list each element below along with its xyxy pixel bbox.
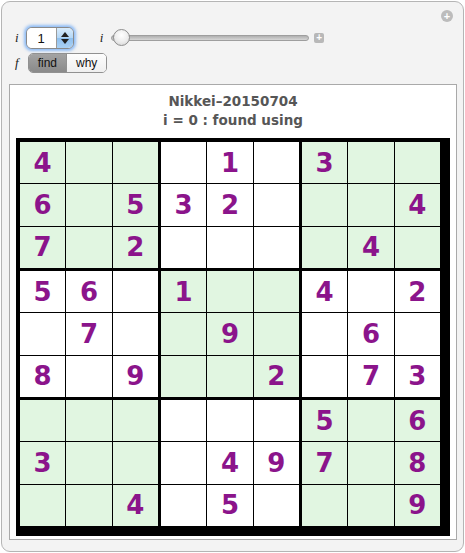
control-area: i 1 i + f find why: [2, 2, 463, 84]
cell-r4c2: 6: [66, 271, 111, 312]
cell-r4c8: [348, 271, 393, 312]
cell-r5c2: 7: [66, 313, 111, 354]
sudoku-box-1: 46572: [20, 142, 158, 268]
cell-r2c4: 3: [161, 184, 206, 225]
cell-r4c5: [207, 271, 252, 312]
i-stepper-label: i: [15, 30, 19, 46]
cell-r5c4: [161, 313, 206, 354]
slider-thumb[interactable]: [113, 29, 130, 46]
cell-r8c3: [113, 442, 158, 483]
cell-r7c3: [113, 400, 158, 441]
sudoku-box-5: 192: [161, 271, 299, 397]
cell-r9c3: 4: [113, 485, 158, 526]
cell-r4c1: 5: [20, 271, 65, 312]
cell-r8c2: [66, 442, 111, 483]
cell-r7c9: 6: [395, 400, 440, 441]
cell-r4c3: [113, 271, 158, 312]
cell-r5c6: [254, 313, 299, 354]
cell-r8c5: 4: [207, 442, 252, 483]
cell-r2c7: [302, 184, 347, 225]
cell-r6c4: [161, 356, 206, 397]
cell-r9c1: [20, 485, 65, 526]
puzzle-title: Nikkei–20150704: [10, 92, 456, 111]
f-control-row: f find why: [15, 52, 107, 74]
cell-r6c6: 2: [254, 356, 299, 397]
cell-r9c4: [161, 485, 206, 526]
cell-r1c2: [66, 142, 111, 183]
sudoku-box-3: 344: [302, 142, 440, 268]
cell-r7c1: [20, 400, 65, 441]
status-line: i = 0 : found using: [10, 111, 456, 130]
cell-r6c2: [66, 356, 111, 397]
cell-r8c4: [161, 442, 206, 483]
find-button[interactable]: find: [29, 54, 66, 72]
sudoku-box-2: 132: [161, 142, 299, 268]
cell-r1c5: 1: [207, 142, 252, 183]
sudoku-box-6: 42673: [302, 271, 440, 397]
cell-r2c8: [348, 184, 393, 225]
cell-r1c6: [254, 142, 299, 183]
cell-r3c6: [254, 227, 299, 268]
stepper-up-icon[interactable]: [61, 32, 69, 37]
cell-r4c6: [254, 271, 299, 312]
cell-r1c4: [161, 142, 206, 183]
slider-track[interactable]: [111, 35, 309, 41]
sudoku-box-7: 34: [20, 400, 158, 526]
cell-r5c8: 6: [348, 313, 393, 354]
i-slider-label: i: [100, 30, 104, 46]
cell-r3c5: [207, 227, 252, 268]
cell-r7c4: [161, 400, 206, 441]
cell-r7c8: [348, 400, 393, 441]
sudoku-box-8: 495: [161, 400, 299, 526]
cell-r4c7: 4: [302, 271, 347, 312]
stepper-down-icon[interactable]: [61, 39, 69, 44]
cell-r8c9: 8: [395, 442, 440, 483]
cell-r6c1: 8: [20, 356, 65, 397]
cell-r6c7: [302, 356, 347, 397]
cell-r2c9: 4: [395, 184, 440, 225]
cell-r6c3: 9: [113, 356, 158, 397]
stepper-arrows-icon[interactable]: [56, 28, 73, 48]
cell-r1c8: [348, 142, 393, 183]
cell-r8c7: 7: [302, 442, 347, 483]
cell-r1c1: 4: [20, 142, 65, 183]
cell-r2c5: 2: [207, 184, 252, 225]
cell-r4c9: 2: [395, 271, 440, 312]
cell-r8c6: 9: [254, 442, 299, 483]
f-setter-bar: find why: [28, 53, 108, 73]
i-control-row: i 1 i +: [15, 24, 324, 52]
cell-r1c9: [395, 142, 440, 183]
stepper-value: 1: [27, 28, 56, 48]
cell-r6c5: [207, 356, 252, 397]
cell-r9c9: 9: [395, 485, 440, 526]
slider-expand-plus-icon[interactable]: +: [314, 33, 324, 43]
cell-r4c4: 1: [161, 271, 206, 312]
sudoku-board: 4657213234456789192426733449556789: [16, 138, 450, 536]
cell-r3c7: [302, 227, 347, 268]
cell-r9c2: [66, 485, 111, 526]
cell-r2c1: 6: [20, 184, 65, 225]
i-slider[interactable]: [111, 29, 309, 47]
cell-r5c9: [395, 313, 440, 354]
cell-r5c3: [113, 313, 158, 354]
cell-r9c5: 5: [207, 485, 252, 526]
cell-r5c5: 9: [207, 313, 252, 354]
sudoku-box-9: 56789: [302, 400, 440, 526]
cell-r6c8: 7: [348, 356, 393, 397]
cell-r3c8: 4: [348, 227, 393, 268]
cell-r7c2: [66, 400, 111, 441]
i-stepper[interactable]: 1: [26, 27, 74, 49]
cell-r7c6: [254, 400, 299, 441]
cell-r3c3: 2: [113, 227, 158, 268]
manipulate-frame: + i 1 i + f find why: [1, 1, 464, 552]
cell-r1c7: 3: [302, 142, 347, 183]
cell-r3c4: [161, 227, 206, 268]
content-panel: Nikkei–20150704 i = 0 : found using 4657…: [9, 84, 457, 540]
f-setter-label: f: [15, 55, 19, 71]
why-button[interactable]: why: [66, 54, 106, 72]
cell-r9c7: [302, 485, 347, 526]
cell-r2c6: [254, 184, 299, 225]
cell-r2c2: [66, 184, 111, 225]
cell-r8c1: 3: [20, 442, 65, 483]
cell-r3c1: 7: [20, 227, 65, 268]
cell-r5c1: [20, 313, 65, 354]
cell-r9c6: [254, 485, 299, 526]
cell-r1c3: [113, 142, 158, 183]
cell-r2c3: 5: [113, 184, 158, 225]
sudoku-box-4: 56789: [20, 271, 158, 397]
cell-r9c8: [348, 485, 393, 526]
cell-r7c7: 5: [302, 400, 347, 441]
cell-r8c8: [348, 442, 393, 483]
cell-r3c9: [395, 227, 440, 268]
cell-r6c9: 3: [395, 356, 440, 397]
cell-r5c7: [302, 313, 347, 354]
cell-r3c2: [66, 227, 111, 268]
cell-r7c5: [207, 400, 252, 441]
